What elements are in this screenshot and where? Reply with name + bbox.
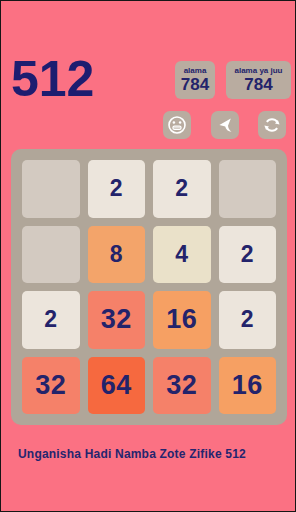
goal-caption: Unganisha Hadi Namba Zote Zifike 512 [18, 447, 246, 461]
undo-button[interactable] [211, 111, 239, 139]
refresh-button[interactable] [258, 111, 286, 139]
tile-32-r4c3: 32 [153, 357, 211, 415]
app-title: 512 [11, 54, 94, 104]
best-score-label: alama ya juu [234, 66, 282, 75]
undo-arrow-icon [215, 115, 235, 135]
tile-32-r3c2: 32 [88, 291, 146, 349]
tile-2-r1c3: 2 [153, 160, 211, 218]
empty-cell-r2c1 [22, 226, 80, 284]
refresh-icon [262, 115, 282, 135]
game-board[interactable]: 2284223216232643216 [11, 149, 287, 425]
tile-16-r3c3: 16 [153, 291, 211, 349]
smiley-button[interactable] [163, 111, 191, 139]
tile-4-r2c3: 4 [153, 226, 211, 284]
tile-8-r2c2: 8 [88, 226, 146, 284]
score-label: alama [184, 66, 207, 75]
tile-2-r1c2: 2 [88, 160, 146, 218]
best-score-box: alama ya juu 784 [226, 61, 291, 99]
tile-32-r4c1: 32 [22, 357, 80, 415]
tile-2-r3c4: 2 [219, 291, 277, 349]
empty-cell-r1c1 [22, 160, 80, 218]
empty-cell-r1c4 [219, 160, 277, 218]
tile-64-r4c2: 64 [88, 357, 146, 415]
tile-2-r2c4: 2 [219, 226, 277, 284]
tile-2-r3c1: 2 [22, 291, 80, 349]
best-score-value: 784 [244, 76, 272, 94]
score-box: alama 784 [175, 61, 215, 99]
tile-16-r4c4: 16 [219, 357, 277, 415]
score-value: 784 [181, 76, 209, 94]
app-screen: 512 alama 784 alama ya juu 784 [0, 0, 296, 512]
smiley-icon [167, 115, 187, 135]
